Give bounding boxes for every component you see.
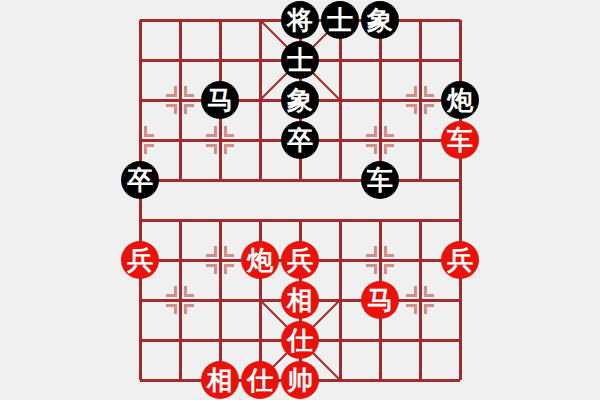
board-point: 帅	[280, 360, 320, 400]
board-point	[160, 240, 200, 280]
board-point: 卒	[280, 120, 320, 160]
board-point: 马	[200, 80, 240, 120]
board-point	[280, 160, 320, 200]
board-point	[120, 320, 160, 360]
piece-black-soldier[interactable]: 卒	[281, 121, 319, 159]
board-point	[360, 320, 400, 360]
board-point	[160, 360, 200, 400]
board-point	[400, 240, 440, 280]
board-point: 士	[280, 40, 320, 80]
board-point: 仕	[240, 360, 280, 400]
board-point	[360, 200, 400, 240]
board-point	[320, 120, 360, 160]
board-point: 相	[280, 280, 320, 320]
board-point	[160, 200, 200, 240]
piece-red-elephant[interactable]: 相	[201, 361, 239, 399]
board-point	[400, 200, 440, 240]
piece-red-elephant[interactable]: 相	[281, 281, 319, 319]
board-point	[200, 280, 240, 320]
piece-black-chariot[interactable]: 车	[361, 161, 399, 199]
board-point	[160, 120, 200, 160]
xiangqi-screen: 将士象士马象炮卒车卒车兵炮兵兵相马仕相仕帅	[0, 0, 600, 400]
board-point	[400, 80, 440, 120]
board-point	[360, 120, 400, 160]
board-point: 兵	[440, 240, 480, 280]
board-point: 相	[200, 360, 240, 400]
board-point	[400, 160, 440, 200]
board-point	[160, 160, 200, 200]
board-point	[160, 40, 200, 80]
board-point	[440, 0, 480, 40]
piece-red-horse[interactable]: 马	[361, 281, 399, 319]
board-point	[400, 360, 440, 400]
board-point	[320, 360, 360, 400]
board-point: 仕	[280, 320, 320, 360]
board-point	[320, 80, 360, 120]
board-point	[320, 40, 360, 80]
board-grid: 将士象士马象炮卒车卒车兵炮兵兵相马仕相仕帅	[120, 0, 480, 400]
board-point	[160, 0, 200, 40]
board-point	[160, 80, 200, 120]
board-point	[400, 40, 440, 80]
board-point: 车	[440, 120, 480, 160]
board-point	[360, 360, 400, 400]
board-point	[120, 200, 160, 240]
board-point	[240, 120, 280, 160]
board-point: 士	[320, 0, 360, 40]
board-point: 兵	[120, 240, 160, 280]
board-point	[120, 360, 160, 400]
board-point	[120, 0, 160, 40]
board-point	[240, 200, 280, 240]
board-point	[240, 80, 280, 120]
piece-black-soldier[interactable]: 卒	[121, 161, 159, 199]
board-point	[200, 200, 240, 240]
piece-black-advisor[interactable]: 士	[321, 1, 359, 39]
board-point	[440, 360, 480, 400]
board-point	[440, 320, 480, 360]
board-point	[320, 280, 360, 320]
piece-black-elephant[interactable]: 象	[361, 1, 399, 39]
board-point	[200, 40, 240, 80]
board-point	[240, 280, 280, 320]
board-point	[440, 280, 480, 320]
piece-red-general[interactable]: 帅	[281, 361, 319, 399]
board-point	[400, 120, 440, 160]
board-point: 车	[360, 160, 400, 200]
board-point	[440, 160, 480, 200]
board-point	[200, 240, 240, 280]
piece-red-advisor[interactable]: 仕	[281, 321, 319, 359]
piece-red-soldier[interactable]: 兵	[441, 241, 479, 279]
piece-black-horse[interactable]: 马	[201, 81, 239, 119]
board-point: 卒	[120, 160, 160, 200]
board-point	[360, 40, 400, 80]
board-point	[160, 320, 200, 360]
piece-black-general[interactable]: 将	[281, 1, 319, 39]
board-point	[120, 80, 160, 120]
board-point: 炮	[240, 240, 280, 280]
piece-red-soldier[interactable]: 兵	[121, 241, 159, 279]
piece-black-cannon[interactable]: 炮	[441, 81, 479, 119]
board-point	[440, 200, 480, 240]
board-point	[240, 40, 280, 80]
piece-black-elephant[interactable]: 象	[281, 81, 319, 119]
board-point	[320, 320, 360, 360]
board-point	[280, 200, 320, 240]
piece-black-advisor[interactable]: 士	[281, 41, 319, 79]
board-point: 炮	[440, 80, 480, 120]
board-point	[360, 240, 400, 280]
board-point	[440, 40, 480, 80]
board-point	[400, 0, 440, 40]
piece-red-advisor[interactable]: 仕	[241, 361, 279, 399]
board-point	[400, 320, 440, 360]
board-point: 马	[360, 280, 400, 320]
board-point	[240, 160, 280, 200]
board-point	[240, 320, 280, 360]
board-point	[200, 0, 240, 40]
board-point	[240, 0, 280, 40]
board-point	[200, 160, 240, 200]
board-point: 兵	[280, 240, 320, 280]
board-point: 将	[280, 0, 320, 40]
piece-red-cannon[interactable]: 炮	[241, 241, 279, 279]
board-point: 象	[360, 0, 400, 40]
piece-red-chariot[interactable]: 车	[441, 121, 479, 159]
board-point	[320, 160, 360, 200]
board-point	[360, 80, 400, 120]
board-point	[400, 280, 440, 320]
board-point	[320, 200, 360, 240]
board-point	[320, 240, 360, 280]
board-point: 象	[280, 80, 320, 120]
piece-red-soldier[interactable]: 兵	[281, 241, 319, 279]
board-point	[120, 40, 160, 80]
board-point	[200, 120, 240, 160]
board-point	[160, 280, 200, 320]
board-point	[120, 280, 160, 320]
board-point	[200, 320, 240, 360]
board-point	[120, 120, 160, 160]
